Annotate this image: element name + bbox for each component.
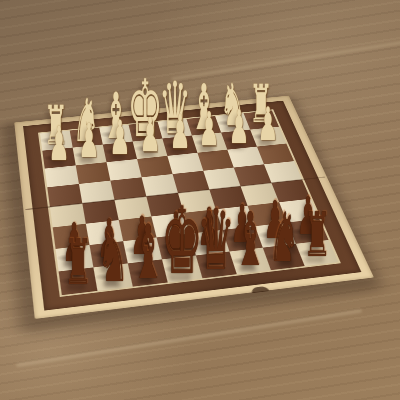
table-grain-streak [171, 38, 400, 80]
square-h8 [59, 267, 98, 295]
square-g8 [93, 263, 132, 291]
chess-board [14, 96, 374, 319]
square-f8 [128, 259, 168, 286]
